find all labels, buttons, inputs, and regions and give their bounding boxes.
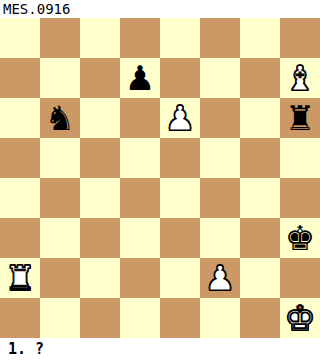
diagram-title: MES.0916 [0, 0, 320, 18]
square-h1[interactable]: ♚ [280, 298, 320, 338]
square-b1[interactable] [40, 298, 80, 338]
white-pawn: ♟ [165, 98, 195, 138]
square-d4[interactable] [120, 178, 160, 218]
square-e4[interactable] [160, 178, 200, 218]
square-a4[interactable] [0, 178, 40, 218]
square-c3[interactable] [80, 218, 120, 258]
square-e8[interactable] [160, 18, 200, 58]
square-f8[interactable] [200, 18, 240, 58]
square-c8[interactable] [80, 18, 120, 58]
white-pawn: ♟ [205, 258, 235, 298]
square-b7[interactable] [40, 58, 80, 98]
square-d7[interactable]: ♟ [120, 58, 160, 98]
square-e2[interactable] [160, 258, 200, 298]
chess-board: ♟♝♞♟♜♚♜♟♚ [0, 18, 320, 338]
square-h3[interactable]: ♚ [280, 218, 320, 258]
square-h8[interactable] [280, 18, 320, 58]
square-g4[interactable] [240, 178, 280, 218]
square-a8[interactable] [0, 18, 40, 58]
square-a2[interactable]: ♜ [0, 258, 40, 298]
square-f4[interactable] [200, 178, 240, 218]
square-c4[interactable] [80, 178, 120, 218]
square-d1[interactable] [120, 298, 160, 338]
square-g8[interactable] [240, 18, 280, 58]
square-f1[interactable] [200, 298, 240, 338]
square-a6[interactable] [0, 98, 40, 138]
black-pawn: ♟ [125, 58, 155, 98]
square-b5[interactable] [40, 138, 80, 178]
white-rook: ♜ [5, 258, 35, 298]
square-h2[interactable] [280, 258, 320, 298]
square-d2[interactable] [120, 258, 160, 298]
square-g5[interactable] [240, 138, 280, 178]
square-b8[interactable] [40, 18, 80, 58]
white-king: ♚ [285, 298, 315, 338]
square-e3[interactable] [160, 218, 200, 258]
black-knight: ♞ [45, 98, 75, 138]
move-prompt: 1. ? [0, 338, 320, 360]
square-d5[interactable] [120, 138, 160, 178]
square-h7[interactable]: ♝ [280, 58, 320, 98]
square-e5[interactable] [160, 138, 200, 178]
square-b4[interactable] [40, 178, 80, 218]
square-f7[interactable] [200, 58, 240, 98]
square-c5[interactable] [80, 138, 120, 178]
square-g1[interactable] [240, 298, 280, 338]
square-g7[interactable] [240, 58, 280, 98]
square-d3[interactable] [120, 218, 160, 258]
square-f2[interactable]: ♟ [200, 258, 240, 298]
square-a5[interactable] [0, 138, 40, 178]
black-king: ♚ [285, 218, 315, 258]
black-rook: ♜ [285, 98, 315, 138]
square-f3[interactable] [200, 218, 240, 258]
square-g2[interactable] [240, 258, 280, 298]
square-e6[interactable]: ♟ [160, 98, 200, 138]
square-h6[interactable]: ♜ [280, 98, 320, 138]
square-f5[interactable] [200, 138, 240, 178]
square-g3[interactable] [240, 218, 280, 258]
square-c7[interactable] [80, 58, 120, 98]
square-a7[interactable] [0, 58, 40, 98]
white-bishop: ♝ [285, 58, 315, 98]
square-c1[interactable] [80, 298, 120, 338]
square-d6[interactable] [120, 98, 160, 138]
square-g6[interactable] [240, 98, 280, 138]
square-d8[interactable] [120, 18, 160, 58]
square-h5[interactable] [280, 138, 320, 178]
square-e1[interactable] [160, 298, 200, 338]
square-b2[interactable] [40, 258, 80, 298]
square-b3[interactable] [40, 218, 80, 258]
square-a3[interactable] [0, 218, 40, 258]
square-f6[interactable] [200, 98, 240, 138]
square-a1[interactable] [0, 298, 40, 338]
square-c6[interactable] [80, 98, 120, 138]
square-c2[interactable] [80, 258, 120, 298]
square-b6[interactable]: ♞ [40, 98, 80, 138]
square-e7[interactable] [160, 58, 200, 98]
square-h4[interactable] [280, 178, 320, 218]
